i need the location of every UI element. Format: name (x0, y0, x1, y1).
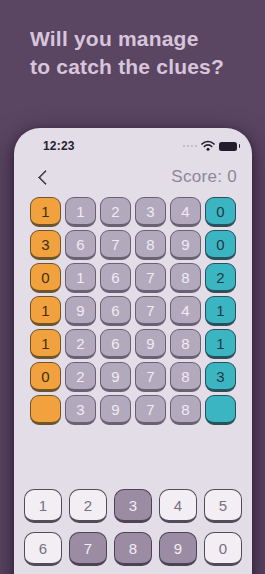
promo-tagline-line2: to catch the clues? (30, 53, 224, 81)
board-cell-number[interactable]: 8 (170, 395, 201, 425)
board-cell-number[interactable]: 3 (65, 395, 96, 425)
board-cell-number[interactable]: 7 (100, 230, 131, 260)
board-cell-number[interactable]: 7 (135, 395, 166, 425)
board-cell-number[interactable]: 1 (65, 197, 96, 227)
board-cell-number[interactable]: 9 (170, 230, 201, 260)
cellular-dots-icon (183, 145, 197, 147)
keypad-key-7[interactable]: 7 (69, 532, 107, 566)
keypad-key-3[interactable]: 3 (114, 489, 152, 523)
board-cell-number[interactable]: 6 (100, 329, 131, 359)
board-cell-clue-orange[interactable]: 0 (30, 362, 61, 392)
promo-tagline-line1: Will you manage (30, 25, 224, 53)
status-icons (183, 137, 237, 155)
board-cell-clue-teal[interactable]: 3 (205, 362, 236, 392)
board-cell-number[interactable]: 8 (170, 362, 201, 392)
board-cell-number[interactable]: 2 (65, 329, 96, 359)
board-cell-number[interactable]: 4 (170, 296, 201, 326)
board-cell-number[interactable]: 8 (170, 329, 201, 359)
promo-tagline: Will you manage to catch the clues? (30, 25, 224, 81)
keypad-key-4[interactable]: 4 (159, 489, 197, 523)
board-cell-number[interactable]: 3 (135, 197, 166, 227)
board-cell-number[interactable]: 9 (100, 395, 131, 425)
keypad-key-6[interactable]: 6 (24, 532, 62, 566)
board-cell-number[interactable]: 8 (170, 263, 201, 293)
keypad-key-9[interactable]: 9 (159, 532, 197, 566)
board-cell-number[interactable]: 8 (135, 230, 166, 260)
board-cell-clue-orange[interactable]: 1 (30, 329, 61, 359)
board-cell-clue-teal[interactable]: 1 (205, 296, 236, 326)
board-cell-clue-teal[interactable] (205, 395, 236, 425)
board-cell-number[interactable]: 6 (100, 296, 131, 326)
board-cell-number[interactable]: 7 (135, 362, 166, 392)
keypad-key-5[interactable]: 5 (204, 489, 242, 523)
keypad-key-1[interactable]: 1 (24, 489, 62, 523)
phone-mockup: 12:23 Score: 0 1123403678900167821967411… (14, 128, 252, 574)
wifi-icon (201, 137, 215, 155)
board-cell-number[interactable]: 9 (135, 329, 166, 359)
board-cell-clue-orange[interactable]: 1 (30, 197, 61, 227)
board-cell-clue-orange[interactable]: 1 (30, 296, 61, 326)
board-cell-clue-teal[interactable]: 1 (205, 329, 236, 359)
board-cell-number[interactable]: 1 (65, 263, 96, 293)
status-time: 12:23 (43, 139, 75, 153)
board-cell-clue-teal[interactable]: 2 (205, 263, 236, 293)
number-keypad: 1234567890 (24, 489, 242, 566)
board-cell-number[interactable]: 7 (135, 296, 166, 326)
board-cell-clue-teal[interactable]: 0 (205, 230, 236, 260)
nav-bar: Score: 0 (14, 164, 252, 190)
board-cell-clue-orange[interactable]: 0 (30, 263, 61, 293)
back-button[interactable] (35, 167, 55, 187)
status-bar: 12:23 (14, 137, 252, 155)
board-cell-number[interactable]: 4 (170, 197, 201, 227)
battery-icon (219, 142, 237, 151)
board-cell-number[interactable]: 6 (100, 263, 131, 293)
keypad-key-0[interactable]: 0 (204, 532, 242, 566)
board-cell-number[interactable]: 9 (100, 362, 131, 392)
board-cell-number[interactable]: 7 (135, 263, 166, 293)
board-cell-number[interactable]: 9 (65, 296, 96, 326)
score-label: Score: 0 (171, 167, 237, 187)
game-board: 1123403678900167821967411269810297833978 (30, 197, 236, 425)
board-cell-number[interactable]: 2 (100, 197, 131, 227)
keypad-key-8[interactable]: 8 (114, 532, 152, 566)
keypad-key-2[interactable]: 2 (69, 489, 107, 523)
board-cell-number[interactable]: 2 (65, 362, 96, 392)
board-cell-number[interactable]: 6 (65, 230, 96, 260)
board-cell-clue-orange[interactable]: 3 (30, 230, 61, 260)
board-cell-clue-teal[interactable]: 0 (205, 197, 236, 227)
board-cell-clue-orange[interactable] (30, 395, 61, 425)
